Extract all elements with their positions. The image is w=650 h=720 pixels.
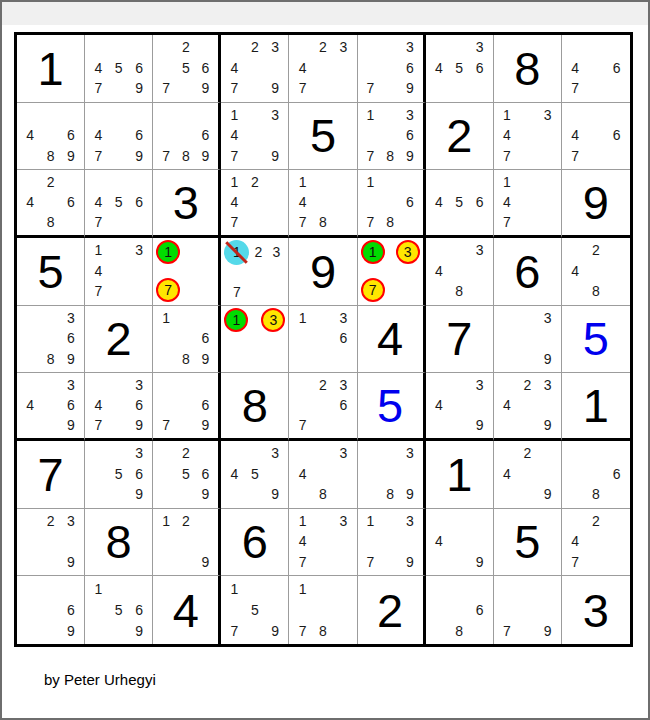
cell-r2c8[interactable]: 1347 [494, 103, 562, 171]
pencil-marks: 2349 [497, 375, 558, 435]
cell-r9c8[interactable]: 79 [494, 576, 562, 644]
cell-r2c7[interactable]: 2 [426, 103, 494, 171]
candidate-slot-9 [333, 212, 353, 232]
candidate-slot-7: 7 [88, 78, 108, 99]
candidate-slot-7 [156, 552, 176, 573]
cell-r8c8[interactable]: 5 [494, 509, 562, 577]
candidate-slot-8: 8 [380, 146, 400, 167]
pencil-marks: 178 [292, 578, 353, 641]
candidate-slot-4 [565, 464, 586, 485]
candidate-slot-7 [565, 484, 586, 505]
pencil-marks: 137 [361, 240, 420, 302]
candidate-slot-8 [385, 278, 396, 302]
candidate-slot-5 [40, 125, 60, 146]
pencil-marks: 348 [292, 443, 353, 505]
candidate-slot-5 [313, 328, 333, 349]
candidate-slot-4 [20, 531, 40, 552]
candidate-slot-8 [313, 415, 333, 435]
candidate-slot-4 [156, 125, 176, 146]
candidate-slot-8 [313, 349, 333, 370]
candidate-slot-6 [606, 531, 627, 552]
candidate-slot-8 [517, 349, 537, 370]
candidate-slot-4: 4 [497, 192, 517, 212]
cell-r4c3[interactable]: 17 [153, 238, 221, 306]
candidate-slot-1 [292, 375, 312, 395]
cell-r6c8[interactable]: 2349 [494, 373, 562, 441]
cell-r9c5[interactable]: 178 [289, 576, 357, 644]
candidate-slot-6: 6 [400, 125, 420, 146]
candidate-slot-1: 1 [292, 172, 312, 192]
candidate-slot-5: 5 [245, 464, 265, 485]
cell-r5c4[interactable]: 13 [221, 306, 289, 374]
pencil-marks: 3689 [20, 308, 81, 370]
candidate-slot-6 [606, 261, 627, 282]
cell-r5c1[interactable]: 3689 [17, 306, 85, 374]
candidate-slot-8 [517, 484, 537, 505]
cell-r8c9[interactable]: 247 [562, 509, 630, 577]
candidate-slot-3: 3 [61, 511, 81, 532]
candidate-slot-1 [20, 511, 40, 532]
candidate-slot-6: 6 [400, 192, 420, 212]
candidate-slot-4 [156, 395, 176, 415]
candidate-slot-2: 2 [586, 511, 607, 532]
cell-r3c2[interactable]: 4567 [85, 170, 153, 238]
cell-r8c7[interactable]: 49 [426, 509, 494, 577]
candidate-slot-9: 9 [129, 146, 149, 167]
candidate-slot-4: 4 [20, 192, 40, 212]
green-candidate-highlight: 1 [361, 240, 385, 264]
candidate-slot-4 [361, 192, 381, 212]
candidate-slot-5 [313, 395, 333, 415]
candidate-slot-6: 6 [196, 395, 216, 415]
candidate-slot-7: 7 [497, 212, 517, 232]
candidate-slot-2 [449, 375, 469, 395]
candidate-slot-7 [20, 552, 40, 573]
candidate-slot-9: 9 [538, 349, 558, 370]
candidate-slot-6 [469, 531, 489, 552]
candidate-slot-1 [497, 443, 517, 464]
cell-r1c2[interactable]: 45679 [85, 35, 153, 103]
candidate-slot-2 [586, 37, 607, 58]
given-digit: 8 [242, 382, 268, 429]
cell-r7c8[interactable]: 249 [494, 441, 562, 509]
candidate-slot-4 [361, 464, 381, 485]
candidate-slot-1 [497, 578, 517, 599]
candidate-slot-5 [245, 58, 265, 79]
candidate-slot-1: 1 [224, 172, 244, 192]
cell-r6c3[interactable]: 679 [153, 373, 221, 441]
candidate-slot-3: 3 [333, 443, 353, 464]
pencil-marks: 68 [565, 443, 627, 505]
candidate-slot-9 [333, 78, 353, 99]
candidate-slot-2 [245, 105, 265, 126]
pencil-marks: 2347 [292, 37, 353, 99]
cell-r7c5[interactable]: 348 [289, 441, 357, 509]
candidate-slot-4: 4 [565, 125, 586, 146]
cell-r8c3[interactable]: 129 [153, 509, 221, 577]
candidate-slot-7: 7 [156, 146, 176, 167]
candidate-slot-2 [176, 308, 196, 329]
candidate-slot-5 [586, 531, 607, 552]
cell-r1c5[interactable]: 2347 [289, 35, 357, 103]
cell-r4c4[interactable]: 1237 [221, 238, 289, 306]
candidate-slot-9: 9 [129, 78, 149, 99]
candidate-slot-9: 9 [400, 146, 420, 167]
candidate-slot-3 [196, 443, 216, 464]
pencil-marks: 1247 [224, 172, 285, 232]
cell-r1c8[interactable]: 8 [494, 35, 562, 103]
candidate-slot-4: 4 [497, 125, 517, 146]
candidate-slot-7: 7 [292, 212, 312, 232]
cell-r6c1[interactable]: 3469 [17, 373, 85, 441]
candidate-slot-6: 6 [196, 328, 216, 349]
candidate-slot-5 [313, 599, 333, 620]
candidate-slot-1 [292, 443, 312, 464]
candidate-slot-7: 7 [224, 146, 244, 167]
candidate-slot-8: 8 [176, 146, 196, 167]
candidate-slot-7 [565, 281, 586, 302]
candidate-slot-2 [313, 443, 333, 464]
cell-r2c2[interactable]: 4679 [85, 103, 153, 171]
candidate-slot-2 [176, 105, 196, 126]
cell-r2c9[interactable]: 467 [562, 103, 630, 171]
candidate-slot-3 [333, 578, 353, 599]
candidate-slot-9 [129, 212, 149, 232]
cell-r3c7[interactable]: 456 [426, 170, 494, 238]
candidate-slot-9 [333, 415, 353, 435]
cell-r3c5[interactable]: 1478 [289, 170, 357, 238]
cell-r7c1[interactable]: 7 [17, 441, 85, 509]
cell-r4c2[interactable]: 1347 [85, 238, 153, 306]
cell-r1c6[interactable]: 3679 [358, 35, 426, 103]
candidate-slot-7: 7 [224, 620, 244, 641]
cell-r1c9[interactable]: 467 [562, 35, 630, 103]
candidate-slot-3 [606, 443, 627, 464]
candidate-slot-2 [449, 172, 469, 192]
candidate-slot-8 [380, 78, 400, 99]
candidate-slot-8: 8 [313, 620, 333, 641]
cell-r6c4[interactable]: 8 [221, 373, 289, 441]
candidate-slot-6 [333, 464, 353, 485]
candidate-slot-9 [469, 78, 489, 99]
candidate-slot-6: 6 [61, 125, 81, 146]
given-digit: 6 [242, 518, 268, 565]
candidate-slot-6 [400, 464, 420, 485]
cell-r8c4[interactable]: 6 [221, 509, 289, 577]
yellow-candidate-highlight: 7 [361, 278, 385, 302]
candidate-slot-7: 7 [361, 278, 385, 302]
pencil-marks: 3456 [429, 37, 490, 99]
candidate-slot-4: 4 [224, 464, 244, 485]
cell-r2c1[interactable]: 4689 [17, 103, 85, 171]
candidate-slot-2: 2 [176, 443, 196, 464]
cell-r2c3[interactable]: 6789 [153, 103, 221, 171]
candidate-slot-3: 3 [333, 308, 353, 329]
candidate-slot-2 [449, 37, 469, 58]
candidate-slot-3: 3 [400, 105, 420, 126]
cell-r9c3[interactable]: 4 [153, 576, 221, 644]
candidate-slot-3: 3 [400, 37, 420, 58]
candidate-slot-2 [380, 172, 400, 192]
candidate-slot-3: 3 [265, 105, 285, 126]
candidate-slot-2: 2 [40, 511, 60, 532]
candidate-slot-5 [313, 531, 333, 552]
candidate-slot-9 [606, 484, 627, 505]
candidate-slot-8 [180, 278, 198, 302]
cell-r1c7[interactable]: 3456 [426, 35, 494, 103]
candidate-slot-1 [156, 37, 176, 58]
candidate-slot-7 [156, 484, 176, 505]
candidate-slot-8 [248, 350, 261, 369]
candidate-slot-9: 9 [129, 484, 149, 505]
candidate-slot-9 [333, 620, 353, 641]
cell-r8c2[interactable]: 8 [85, 509, 153, 577]
candidate-slot-3 [129, 37, 149, 58]
candidate-slot-8 [517, 146, 537, 167]
candidate-slot-1: 1 [88, 240, 108, 261]
candidate-slot-3 [196, 375, 216, 395]
candidate-slot-6: 6 [469, 599, 489, 620]
candidate-slot-1 [224, 443, 244, 464]
candidate-slot-4: 4 [565, 261, 586, 282]
candidate-slot-3 [606, 511, 627, 532]
candidate-slot-1 [88, 443, 108, 464]
candidate-slot-8: 8 [380, 484, 400, 505]
candidate-slot-6 [265, 58, 285, 79]
candidate-slot-4: 4 [497, 395, 517, 415]
cell-r4c8[interactable]: 6 [494, 238, 562, 306]
cell-r9c2[interactable]: 1569 [85, 576, 153, 644]
cell-r7c9[interactable]: 68 [562, 441, 630, 509]
pencil-marks: 1237 [224, 240, 285, 302]
candidate-slot-1 [429, 172, 449, 192]
candidate-slot-4 [88, 464, 108, 485]
candidate-slot-2 [380, 37, 400, 58]
cell-r3c8[interactable]: 147 [494, 170, 562, 238]
candidate-slot-6 [265, 599, 285, 620]
candidate-slot-3 [196, 308, 216, 329]
cell-r1c3[interactable]: 25679 [153, 35, 221, 103]
candidate-slot-2 [517, 172, 537, 192]
cell-r6c6[interactable]: 5 [358, 373, 426, 441]
candidate-slot-2: 2 [313, 375, 333, 395]
candidate-slot-2 [449, 578, 469, 599]
cell-r6c9[interactable]: 1 [562, 373, 630, 441]
pencil-marks: 13479 [224, 105, 285, 167]
cell-r2c6[interactable]: 136789 [358, 103, 426, 171]
candidate-slot-8 [108, 415, 128, 435]
cell-r6c5[interactable]: 2367 [289, 373, 357, 441]
candidate-slot-9 [129, 281, 149, 302]
cell-r9c1[interactable]: 69 [17, 576, 85, 644]
candidate-slot-3: 3 [469, 37, 489, 58]
candidate-slot-7: 7 [565, 552, 586, 573]
given-digit: 5 [514, 518, 540, 565]
candidate-slot-4 [429, 599, 449, 620]
cell-r4c1[interactable]: 5 [17, 238, 85, 306]
candidate-slot-9: 9 [61, 620, 81, 641]
candidate-slot-2 [176, 375, 196, 395]
candidate-slot-6 [333, 599, 353, 620]
cell-r2c4[interactable]: 13479 [221, 103, 289, 171]
cell-r2c5[interactable]: 5 [289, 103, 357, 171]
candidate-slot-1 [565, 511, 586, 532]
pencil-marks: 1689 [156, 308, 215, 370]
candidate-slot-4 [361, 264, 385, 278]
candidate-slot-9: 9 [196, 146, 216, 167]
cell-r9c4[interactable]: 1579 [221, 576, 289, 644]
cell-r1c1[interactable]: 1 [17, 35, 85, 103]
candidate-slot-4: 4 [224, 125, 244, 146]
candidate-slot-5 [517, 395, 537, 415]
cell-r7c6[interactable]: 389 [358, 441, 426, 509]
candidate-slot-3 [129, 172, 149, 192]
candidate-slot-6: 6 [469, 58, 489, 79]
candidate-slot-8: 8 [449, 281, 469, 302]
cell-r3c3[interactable]: 3 [153, 170, 221, 238]
candidate-slot-1 [20, 578, 40, 599]
candidate-slot-8 [245, 212, 265, 232]
candidate-slot-1 [361, 37, 381, 58]
pencil-marks: 3679 [361, 37, 420, 99]
candidate-slot-8 [586, 146, 607, 167]
candidate-slot-2 [313, 578, 333, 599]
candidate-slot-6: 6 [129, 58, 149, 79]
cell-r8c6[interactable]: 1379 [358, 509, 426, 577]
candidate-slot-9: 9 [400, 552, 420, 573]
candidate-slot-4: 4 [20, 125, 40, 146]
candidate-slot-5 [40, 192, 60, 212]
candidate-slot-5 [449, 599, 469, 620]
candidate-slot-4 [20, 328, 40, 349]
candidate-slot-1: 1 [224, 578, 244, 599]
candidate-slot-7 [20, 620, 40, 641]
candidate-slot-6: 6 [129, 125, 149, 146]
candidate-slot-9 [333, 484, 353, 505]
candidate-slot-2: 2 [40, 172, 60, 192]
candidate-slot-8 [449, 212, 469, 232]
candidate-slot-8 [245, 78, 265, 99]
candidate-slot-5 [449, 261, 469, 282]
cell-r9c6[interactable]: 2 [358, 576, 426, 644]
candidate-slot-1 [156, 375, 176, 395]
candidate-slot-4: 4 [292, 58, 312, 79]
given-digit: 8 [514, 45, 540, 92]
cell-r5c5[interactable]: 136 [289, 306, 357, 374]
candidate-slot-2: 2 [176, 37, 196, 58]
pencil-marks: 3459 [224, 443, 285, 505]
cell-r5c3[interactable]: 1689 [153, 306, 221, 374]
cell-r5c6[interactable]: 4 [358, 306, 426, 374]
candidate-slot-1: 1 [224, 308, 248, 332]
candidate-slot-7: 7 [292, 78, 312, 99]
candidate-slot-5: 5 [176, 464, 196, 485]
candidate-slot-1 [429, 375, 449, 395]
candidate-slot-2 [385, 240, 396, 264]
candidate-slot-5 [586, 58, 607, 79]
candidate-slot-5 [108, 395, 128, 415]
cell-r5c2[interactable]: 2 [85, 306, 153, 374]
cell-r4c9[interactable]: 248 [562, 238, 630, 306]
candidate-slot-7: 7 [497, 146, 517, 167]
candidate-slot-5 [380, 192, 400, 212]
cell-r4c5[interactable]: 9 [289, 238, 357, 306]
candidate-slot-4 [224, 599, 244, 620]
cell-r9c7[interactable]: 68 [426, 576, 494, 644]
cell-r6c7[interactable]: 349 [426, 373, 494, 441]
cell-r7c4[interactable]: 3459 [221, 441, 289, 509]
cell-r9c9[interactable]: 3 [562, 576, 630, 644]
pencil-marks: 147 [497, 172, 558, 232]
candidate-slot-7 [156, 349, 176, 370]
cell-r5c9[interactable]: 5 [562, 306, 630, 374]
candidate-slot-2 [40, 375, 60, 395]
candidate-slot-1: 1 [292, 308, 312, 329]
cell-r3c1[interactable]: 2468 [17, 170, 85, 238]
candidate-slot-3: 3 [400, 443, 420, 464]
cell-r8c5[interactable]: 1347 [289, 509, 357, 577]
pencil-marks: 68 [429, 578, 490, 641]
candidate-slot-8 [176, 484, 196, 505]
cell-r6c2[interactable]: 34679 [85, 373, 153, 441]
candidate-slot-2 [517, 308, 537, 329]
candidate-slot-1 [88, 37, 108, 58]
candidate-slot-3 [469, 511, 489, 532]
pencil-marks: 39 [497, 308, 558, 370]
candidate-slot-5 [313, 192, 333, 212]
candidate-slot-8 [245, 620, 265, 641]
cell-r7c7[interactable]: 1 [426, 441, 494, 509]
candidate-slot-6: 6 [400, 58, 420, 79]
candidate-slot-7: 7 [361, 212, 381, 232]
candidate-slot-6: 6 [333, 395, 353, 415]
candidate-slot-1 [429, 240, 449, 261]
cell-r7c2[interactable]: 3569 [85, 441, 153, 509]
cell-r5c8[interactable]: 39 [494, 306, 562, 374]
candidate-slot-1 [361, 443, 381, 464]
candidate-slot-6 [538, 599, 558, 620]
candidate-slot-9: 9 [129, 415, 149, 435]
candidate-slot-3 [333, 172, 353, 192]
candidate-slot-5 [586, 261, 607, 282]
cell-r8c1[interactable]: 239 [17, 509, 85, 577]
candidate-slot-7: 7 [156, 415, 176, 435]
candidate-slot-8 [176, 78, 196, 99]
candidate-slot-1: 1 [497, 105, 517, 126]
cell-r5c7[interactable]: 7 [426, 306, 494, 374]
candidate-slot-3 [538, 578, 558, 599]
cell-r1c4[interactable]: 23479 [221, 35, 289, 103]
candidate-slot-1 [292, 37, 312, 58]
cell-r3c4[interactable]: 1247 [221, 170, 289, 238]
given-digit: 7 [446, 315, 472, 362]
candidate-slot-8 [245, 146, 265, 167]
cell-r3c9[interactable]: 9 [562, 170, 630, 238]
candidate-slot-3 [196, 105, 216, 126]
candidate-slot-8 [313, 552, 333, 573]
cell-r4c6[interactable]: 137 [358, 238, 426, 306]
cell-r4c7[interactable]: 348 [426, 238, 494, 306]
candidate-slot-3 [61, 172, 81, 192]
cell-r3c6[interactable]: 1678 [358, 170, 426, 238]
candidate-slot-7: 7 [361, 552, 381, 573]
candidate-slot-4 [156, 328, 176, 349]
candidate-slot-6: 6 [61, 328, 81, 349]
candidate-slot-9: 9 [196, 349, 216, 370]
candidate-slot-9 [400, 212, 420, 232]
cell-r7c3[interactable]: 2569 [153, 441, 221, 509]
pencil-marks: 4679 [88, 105, 149, 167]
